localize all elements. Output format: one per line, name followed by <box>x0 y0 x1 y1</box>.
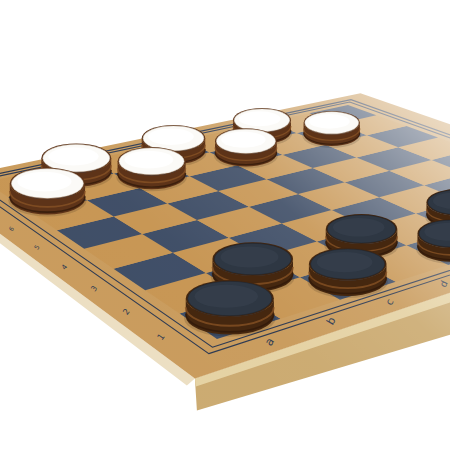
piece-top-sheen <box>148 128 194 145</box>
checker-black-a1[interactable] <box>184 280 276 337</box>
piece-top-sheen <box>17 172 71 192</box>
checker-white-c7[interactable] <box>116 147 187 191</box>
piece-top-sheen <box>239 111 281 126</box>
piece-top-sheen <box>124 151 173 169</box>
piece-top-sheen <box>317 252 373 272</box>
checker-white-a7[interactable] <box>8 168 86 217</box>
board-svg: abcd123456 <box>0 0 450 450</box>
piece-top-sheen <box>333 218 385 237</box>
piece-top-sheen <box>309 114 350 129</box>
piece-top-sheen <box>221 132 265 148</box>
piece-top-sheen <box>48 147 98 165</box>
checker-white-g7[interactable] <box>302 111 361 148</box>
checker-black-c1[interactable] <box>307 248 388 298</box>
screenshot-root: abcd123456 <box>0 0 450 450</box>
piece-top-sheen <box>195 285 258 308</box>
piece-top-sheen <box>221 247 279 268</box>
checker-white-e7[interactable] <box>214 128 278 168</box>
checkers-board-photo: abcd123456 <box>0 0 450 450</box>
